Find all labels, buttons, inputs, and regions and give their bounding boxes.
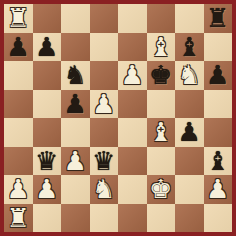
square-a2[interactable]: ♟ (4, 175, 33, 204)
square-a5[interactable] (4, 90, 33, 119)
white-knight-icon: ♞ (175, 61, 204, 90)
black-queen-icon: ♛ (33, 147, 62, 176)
square-c4[interactable] (61, 118, 90, 147)
square-g5[interactable] (175, 90, 204, 119)
square-h4[interactable] (204, 118, 233, 147)
square-b3[interactable]: ♛ (33, 147, 62, 176)
square-a4[interactable] (4, 118, 33, 147)
square-e7[interactable] (118, 33, 147, 62)
square-e5[interactable] (118, 90, 147, 119)
square-b8[interactable] (33, 4, 62, 33)
square-b7[interactable]: ♟ (33, 33, 62, 62)
square-c1[interactable] (61, 204, 90, 233)
square-d5[interactable]: ♟ (90, 90, 119, 119)
square-g3[interactable] (175, 147, 204, 176)
square-d6[interactable] (90, 61, 119, 90)
white-pawn-icon: ♟ (61, 147, 90, 176)
square-f7[interactable]: ♝ (147, 33, 176, 62)
square-g7[interactable]: ♝ (175, 33, 204, 62)
black-rook-icon: ♜ (204, 4, 233, 33)
black-queen-icon: ♛ (90, 147, 119, 176)
square-g8[interactable] (175, 4, 204, 33)
white-pawn-icon: ♟ (90, 90, 119, 119)
square-f5[interactable] (147, 90, 176, 119)
square-b6[interactable] (33, 61, 62, 90)
square-a8[interactable]: ♜ (4, 4, 33, 33)
square-c3[interactable]: ♟ (61, 147, 90, 176)
square-g2[interactable] (175, 175, 204, 204)
square-e1[interactable] (118, 204, 147, 233)
white-pawn-icon: ♟ (4, 175, 33, 204)
white-pawn-icon: ♟ (204, 175, 233, 204)
square-a3[interactable] (4, 147, 33, 176)
black-king-icon: ♚ (147, 61, 176, 90)
square-h1[interactable] (204, 204, 233, 233)
white-bishop-icon: ♝ (147, 118, 176, 147)
square-e8[interactable] (118, 4, 147, 33)
square-f2[interactable]: ♚ (147, 175, 176, 204)
square-d4[interactable] (90, 118, 119, 147)
square-f3[interactable] (147, 147, 176, 176)
white-knight-icon: ♞ (90, 175, 119, 204)
square-h5[interactable] (204, 90, 233, 119)
black-pawn-icon: ♟ (33, 33, 62, 62)
square-h6[interactable]: ♟ (204, 61, 233, 90)
square-d8[interactable] (90, 4, 119, 33)
square-e4[interactable] (118, 118, 147, 147)
square-b5[interactable] (33, 90, 62, 119)
square-g6[interactable]: ♞ (175, 61, 204, 90)
square-c6[interactable]: ♞ (61, 61, 90, 90)
white-rook-icon: ♜ (4, 4, 33, 33)
white-bishop-icon: ♝ (147, 33, 176, 62)
square-b2[interactable]: ♟ (33, 175, 62, 204)
square-c8[interactable] (61, 4, 90, 33)
square-e6[interactable]: ♟ (118, 61, 147, 90)
square-g4[interactable]: ♟ (175, 118, 204, 147)
black-pawn-icon: ♟ (4, 33, 33, 62)
white-pawn-icon: ♟ (33, 175, 62, 204)
square-g1[interactable] (175, 204, 204, 233)
black-bishop-icon: ♝ (204, 147, 233, 176)
square-h2[interactable]: ♟ (204, 175, 233, 204)
square-b1[interactable] (33, 204, 62, 233)
square-f4[interactable]: ♝ (147, 118, 176, 147)
black-pawn-icon: ♟ (175, 118, 204, 147)
square-h3[interactable]: ♝ (204, 147, 233, 176)
square-d3[interactable]: ♛ (90, 147, 119, 176)
square-b4[interactable] (33, 118, 62, 147)
square-f8[interactable] (147, 4, 176, 33)
white-king-icon: ♚ (147, 175, 176, 204)
square-a6[interactable] (4, 61, 33, 90)
black-knight-icon: ♞ (61, 61, 90, 90)
square-d1[interactable] (90, 204, 119, 233)
black-bishop-icon: ♝ (175, 33, 204, 62)
square-c7[interactable] (61, 33, 90, 62)
square-e2[interactable] (118, 175, 147, 204)
square-c5[interactable]: ♟ (61, 90, 90, 119)
square-f1[interactable] (147, 204, 176, 233)
square-f6[interactable]: ♚ (147, 61, 176, 90)
black-pawn-icon: ♟ (61, 90, 90, 119)
square-d7[interactable] (90, 33, 119, 62)
square-c2[interactable] (61, 175, 90, 204)
square-h8[interactable]: ♜ (204, 4, 233, 33)
black-pawn-icon: ♟ (204, 61, 233, 90)
square-h7[interactable] (204, 33, 233, 62)
chess-board: ♜♜♟♟♝♝♞♟♚♞♟♟♟♝♟♛♟♛♝♟♟♞♚♟♜ (0, 0, 236, 236)
square-a7[interactable]: ♟ (4, 33, 33, 62)
square-d2[interactable]: ♞ (90, 175, 119, 204)
square-a1[interactable]: ♜ (4, 204, 33, 233)
square-e3[interactable] (118, 147, 147, 176)
white-pawn-icon: ♟ (118, 61, 147, 90)
white-rook-icon: ♜ (4, 204, 33, 233)
